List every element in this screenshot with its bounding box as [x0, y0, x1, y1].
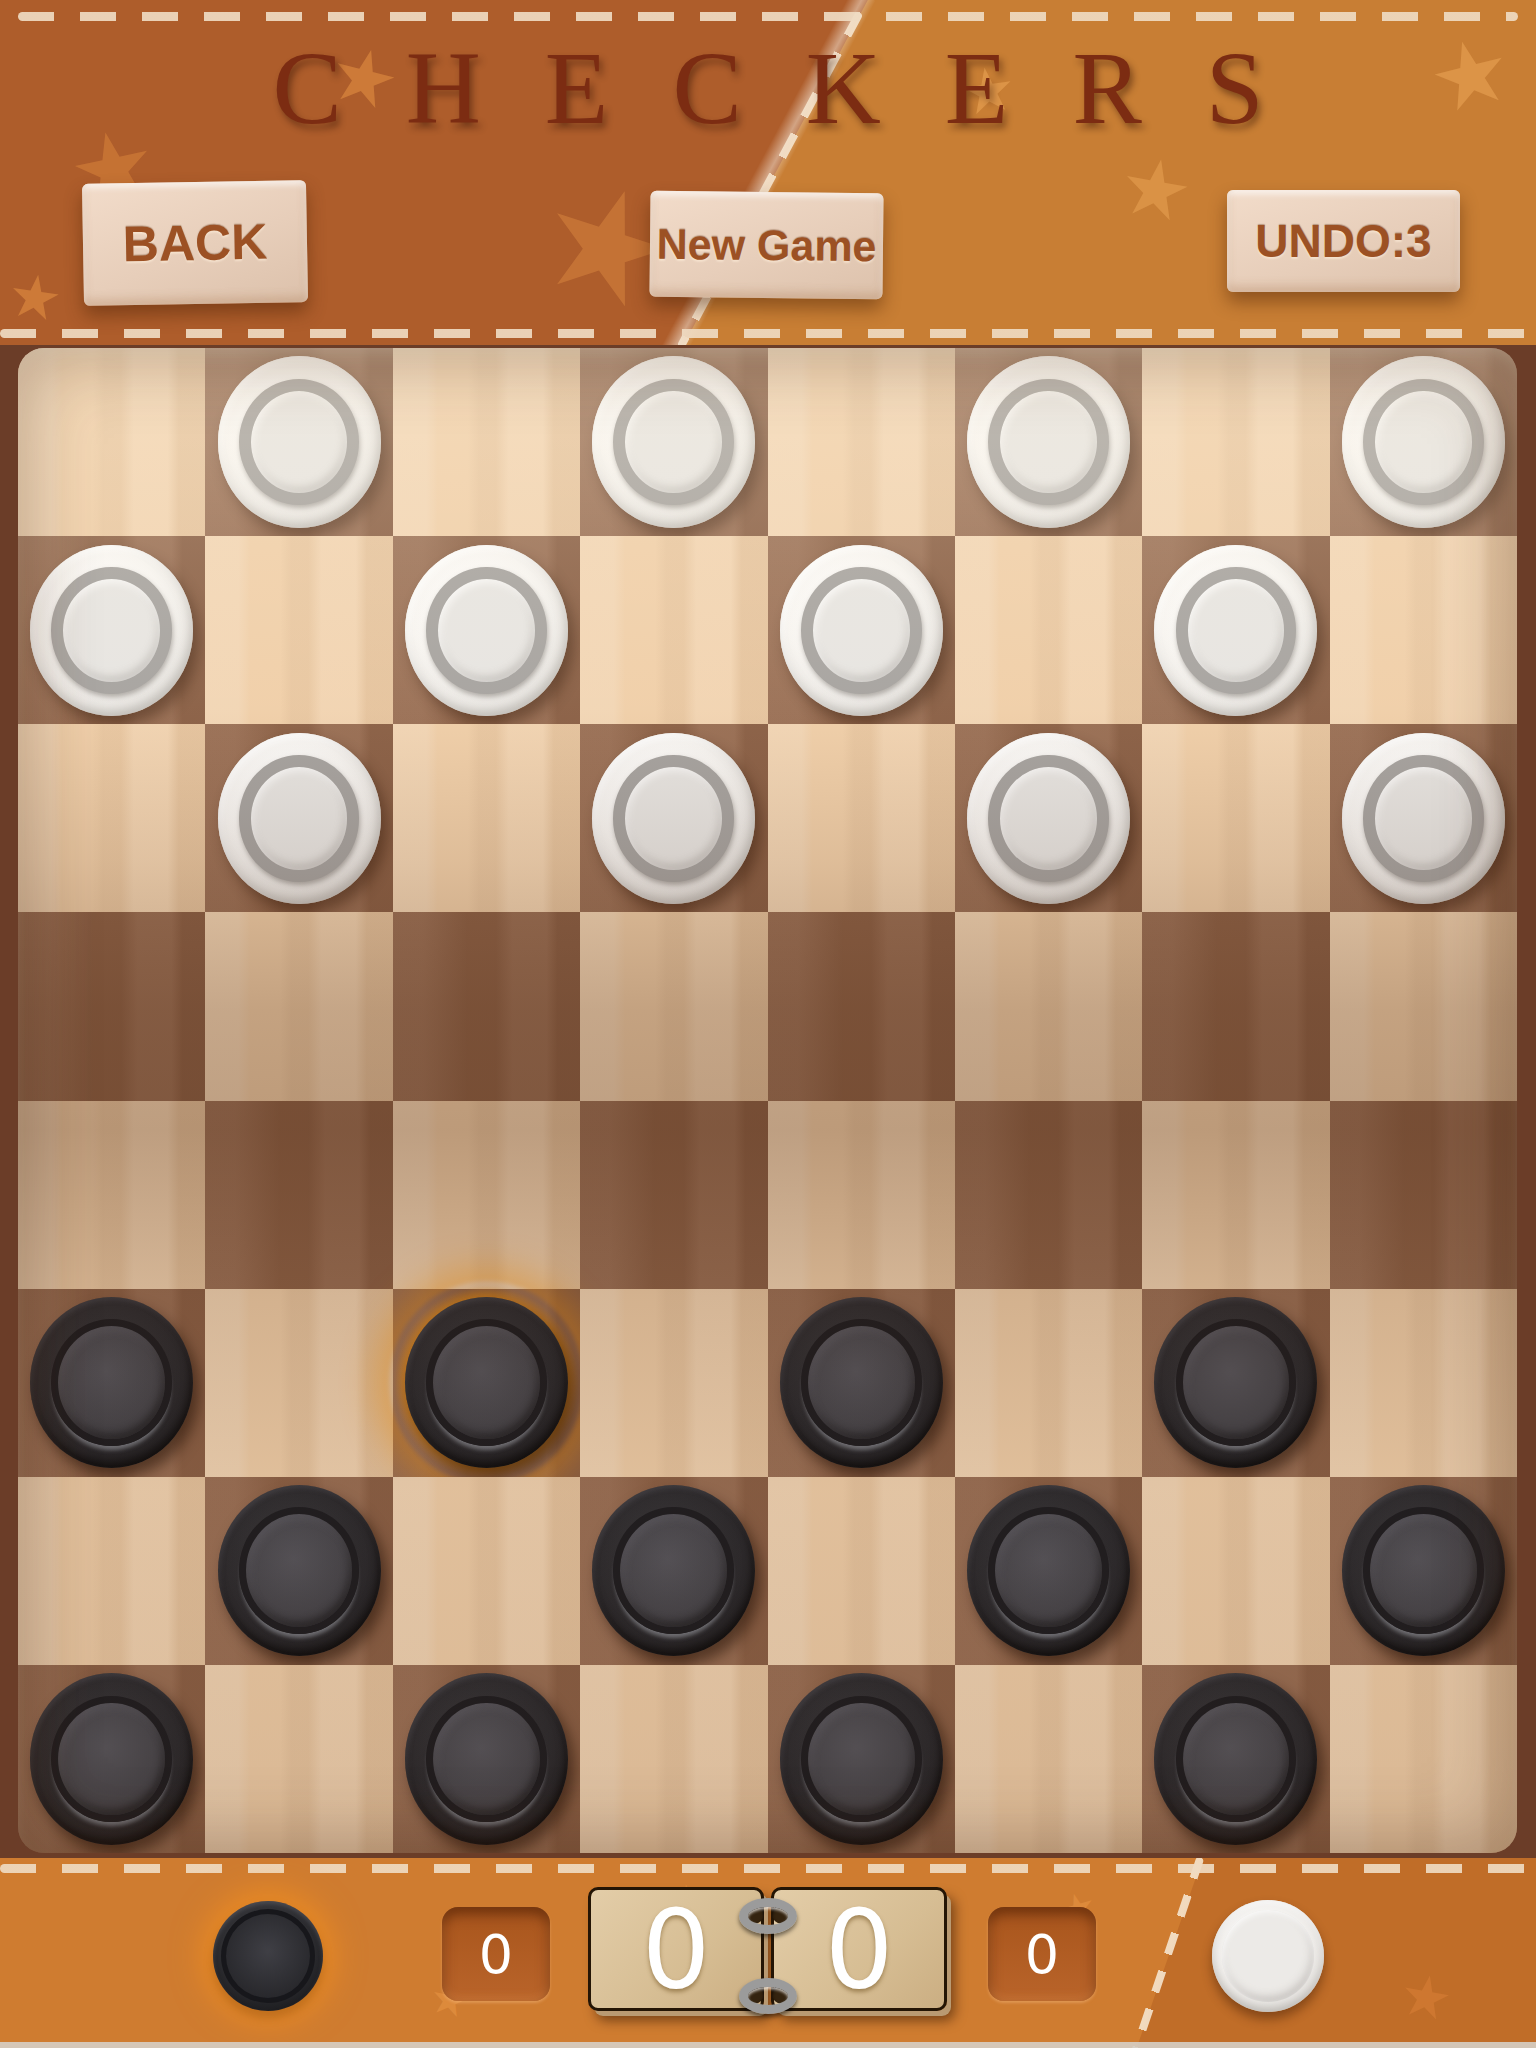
- cell-r2c0: [18, 724, 205, 912]
- cell-r1c0[interactable]: [18, 536, 205, 724]
- cell-r0c2: [393, 348, 580, 536]
- black-piece[interactable]: [1154, 1297, 1317, 1468]
- cell-r5c4[interactable]: [768, 1289, 955, 1477]
- cell-r6c0: [18, 1477, 205, 1665]
- cell-r3c5: [955, 912, 1142, 1100]
- cell-r6c7[interactable]: [1330, 1477, 1517, 1665]
- cell-r1c5: [955, 536, 1142, 724]
- white-piece[interactable]: [592, 356, 755, 527]
- white-piece[interactable]: [1342, 733, 1505, 904]
- cell-r1c6[interactable]: [1142, 536, 1329, 724]
- white-captured-counter: 0: [988, 1907, 1096, 2001]
- cell-r0c4: [768, 348, 955, 536]
- cell-r3c4[interactable]: [768, 912, 955, 1100]
- checkers-board: [18, 348, 1517, 1853]
- cell-r0c6: [1142, 348, 1329, 536]
- black-piece[interactable]: [780, 1673, 943, 1844]
- board-bottom-stitching: [0, 1864, 1536, 1873]
- checkers-app: ★ ★ ★ ★ ★ ★ ★ CHECKERS BACK New Game UND…: [0, 0, 1536, 2048]
- binder-ring-icon: [739, 1978, 797, 2014]
- cell-r5c5: [955, 1289, 1142, 1477]
- cell-r4c3[interactable]: [580, 1101, 767, 1289]
- black-piece[interactable]: [218, 1485, 381, 1656]
- black-piece[interactable]: [30, 1673, 193, 1844]
- cell-r7c6[interactable]: [1142, 1665, 1329, 1853]
- cell-r6c4: [768, 1477, 955, 1665]
- cell-r6c6: [1142, 1477, 1329, 1665]
- status-bar: ★ ★ ★ ★ ★ 0 0 0 0: [0, 1858, 1536, 2048]
- header: ★ ★ ★ ★ ★ ★ ★ CHECKERS BACK New Game UND…: [0, 0, 1536, 345]
- cell-r4c1[interactable]: [205, 1101, 392, 1289]
- cell-r1c4[interactable]: [768, 536, 955, 724]
- screen-bottom-edge: [0, 2042, 1536, 2048]
- cell-r4c4: [768, 1101, 955, 1289]
- cell-r5c1: [205, 1289, 392, 1477]
- cell-r2c6: [1142, 724, 1329, 912]
- cell-r2c2: [393, 724, 580, 912]
- cell-r7c1: [205, 1665, 392, 1853]
- white-piece[interactable]: [30, 545, 193, 716]
- board-frame: [0, 345, 1536, 1858]
- cell-r3c7: [1330, 912, 1517, 1100]
- cell-r5c3: [580, 1289, 767, 1477]
- cell-r4c0: [18, 1101, 205, 1289]
- white-piece[interactable]: [218, 733, 381, 904]
- cell-r1c1: [205, 536, 392, 724]
- back-button[interactable]: BACK: [82, 180, 308, 306]
- cell-r3c2[interactable]: [393, 912, 580, 1100]
- cell-r2c4: [768, 724, 955, 912]
- cell-r6c3[interactable]: [580, 1477, 767, 1665]
- cell-r0c7[interactable]: [1330, 348, 1517, 536]
- black-piece[interactable]: [30, 1297, 193, 1468]
- cell-r0c5[interactable]: [955, 348, 1142, 536]
- white-piece[interactable]: [592, 733, 755, 904]
- new-game-button[interactable]: New Game: [649, 191, 883, 299]
- cell-r7c7: [1330, 1665, 1517, 1853]
- white-piece[interactable]: [1342, 356, 1505, 527]
- white-piece[interactable]: [218, 356, 381, 527]
- cell-r5c6[interactable]: [1142, 1289, 1329, 1477]
- cell-r4c5[interactable]: [955, 1101, 1142, 1289]
- board-top-stitching: [0, 329, 1536, 338]
- white-piece[interactable]: [780, 545, 943, 716]
- black-piece[interactable]: [592, 1485, 755, 1656]
- cell-r3c3: [580, 912, 767, 1100]
- cell-r6c2: [393, 1477, 580, 1665]
- cell-r4c6: [1142, 1101, 1329, 1289]
- undo-button[interactable]: UNDO:3: [1227, 190, 1460, 292]
- black-turn-indicator: [213, 1901, 323, 2011]
- black-piece[interactable]: [1154, 1673, 1317, 1844]
- cell-r5c7: [1330, 1289, 1517, 1477]
- cell-r4c7[interactable]: [1330, 1101, 1517, 1289]
- white-piece[interactable]: [967, 733, 1130, 904]
- cell-r0c1[interactable]: [205, 348, 392, 536]
- cell-r3c1: [205, 912, 392, 1100]
- cell-r6c1[interactable]: [205, 1477, 392, 1665]
- black-piece[interactable]: [967, 1485, 1130, 1656]
- cell-r5c0[interactable]: [18, 1289, 205, 1477]
- black-piece[interactable]: [1342, 1485, 1505, 1656]
- cell-r6c5[interactable]: [955, 1477, 1142, 1665]
- cell-r7c3: [580, 1665, 767, 1853]
- cell-r7c2[interactable]: [393, 1665, 580, 1853]
- cell-r1c7: [1330, 536, 1517, 724]
- cell-r3c0[interactable]: [18, 912, 205, 1100]
- cell-r1c2[interactable]: [393, 536, 580, 724]
- cell-r0c0: [18, 348, 205, 536]
- cell-r2c3[interactable]: [580, 724, 767, 912]
- cell-r2c1[interactable]: [205, 724, 392, 912]
- cell-r5c2[interactable]: [393, 1289, 580, 1477]
- white-score-page: 0: [771, 1887, 947, 2011]
- cell-r0c3[interactable]: [580, 348, 767, 536]
- cell-r7c4[interactable]: [768, 1665, 955, 1853]
- white-piece[interactable]: [1154, 545, 1317, 716]
- cell-r1c3: [580, 536, 767, 724]
- cell-r2c5[interactable]: [955, 724, 1142, 912]
- cell-r2c7[interactable]: [1330, 724, 1517, 912]
- cell-r7c0[interactable]: [18, 1665, 205, 1853]
- black-piece[interactable]: [405, 1297, 568, 1468]
- cell-r7c5: [955, 1665, 1142, 1853]
- cell-r4c2: [393, 1101, 580, 1289]
- top-stitching: [18, 12, 1518, 21]
- white-turn-indicator: [1212, 1900, 1324, 2012]
- cell-r3c6[interactable]: [1142, 912, 1329, 1100]
- black-score-page: 0: [588, 1887, 764, 2011]
- star-decoration: ★: [1114, 144, 1199, 235]
- binder-ring-icon: [739, 1898, 797, 1934]
- black-piece[interactable]: [780, 1297, 943, 1468]
- white-piece[interactable]: [967, 356, 1130, 527]
- black-piece[interactable]: [405, 1673, 568, 1844]
- white-piece[interactable]: [405, 545, 568, 716]
- page-title: CHECKERS: [0, 28, 1536, 147]
- black-captured-counter: 0: [442, 1907, 550, 2001]
